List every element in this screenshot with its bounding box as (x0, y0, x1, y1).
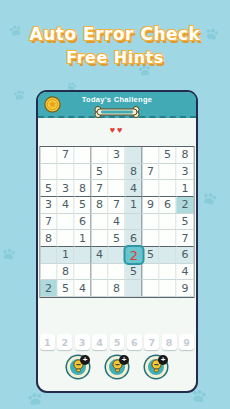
sudoku-cell-r4c6[interactable]: 1 (126, 197, 143, 214)
sudoku-cell-r1c4[interactable] (92, 147, 109, 164)
sudoku-cell-r6c4[interactable] (92, 230, 109, 247)
sudoku-cell-r3c9[interactable]: 1 (177, 180, 194, 197)
numpad-key-8[interactable]: 8 (162, 334, 177, 350)
hint-button-3[interactable]: + (145, 356, 167, 378)
sudoku-cell-r3c8[interactable] (160, 180, 177, 197)
sudoku-cell-r8c7[interactable] (143, 264, 160, 281)
sudoku-cell-r1c7[interactable] (143, 147, 160, 164)
sudoku-cell-r4c8[interactable]: 6 (160, 197, 177, 214)
sudoku-cell-r2c6[interactable]: 8 (126, 164, 143, 181)
sudoku-promo-screen: { "game": "sudoku", "position": ".7..3..… (0, 0, 230, 409)
sudoku-cell-r2c8[interactable] (160, 164, 177, 181)
sudoku-cell-r3c4[interactable]: 7 (92, 180, 109, 197)
sudoku-cell-r4c2[interactable]: 4 (58, 197, 75, 214)
number-pad: 123456789 (40, 334, 194, 350)
plus-badge: + (119, 355, 129, 365)
sudoku-cell-r1c5[interactable]: 3 (109, 147, 126, 164)
numpad-key-3[interactable]: 3 (75, 334, 90, 350)
plus-badge: + (80, 355, 90, 365)
card-header: Today's Challenge (38, 92, 196, 118)
promo-title-line1: Auto Error Check (0, 22, 230, 46)
sudoku-cell-r8c9[interactable]: 4 (177, 264, 194, 281)
paw-print-icon (25, 390, 45, 409)
sudoku-cell-r7c7[interactable]: 5 (143, 247, 160, 264)
numpad-key-4[interactable]: 4 (92, 334, 107, 350)
challenge-title: Today's Challenge (38, 95, 196, 104)
sudoku-cell-r4c9[interactable]: 2 (177, 197, 194, 214)
numpad-key-6[interactable]: 6 (127, 334, 142, 350)
challenge-card: Today's Challenge ♥♥ 7358587353874134587… (36, 90, 198, 393)
sudoku-cell-r5c2[interactable] (58, 214, 75, 231)
sudoku-cell-r5c1[interactable]: 7 (41, 214, 58, 231)
sudoku-cell-r9c1[interactable]: 2 (41, 280, 58, 297)
sudoku-cell-r1c2[interactable]: 7 (58, 147, 75, 164)
sudoku-cell-r9c2[interactable]: 5 (58, 280, 75, 297)
sudoku-cell-r3c3[interactable]: 8 (75, 180, 92, 197)
sudoku-board: 7358587353874134587196276458156714568542… (40, 146, 195, 298)
sudoku-cell-r9c9[interactable]: 9 (177, 280, 194, 297)
sudoku-cell-r9c6[interactable] (126, 280, 143, 297)
paw-print-icon (199, 189, 219, 212)
sudoku-cell-r6c5[interactable]: 5 (109, 230, 126, 247)
sudoku-cell-r7c3[interactable] (75, 247, 92, 264)
sudoku-cell-r2c4[interactable]: 5 (92, 164, 109, 181)
sudoku-cell-r7c2[interactable]: 1 (58, 247, 75, 264)
sudoku-cell-r9c5[interactable]: 8 (109, 280, 126, 297)
selected-cell-overlay[interactable]: 2 (124, 245, 145, 265)
promo-title-line2: Free Hints (0, 46, 230, 70)
sudoku-cell-r6c2[interactable] (58, 230, 75, 247)
sudoku-cell-r2c5[interactable] (109, 164, 126, 181)
hint-button-row: + + + (38, 356, 196, 378)
sudoku-cell-r9c3[interactable]: 4 (75, 280, 92, 297)
numpad-key-9[interactable]: 9 (179, 334, 194, 350)
sudoku-cell-r5c4[interactable] (92, 214, 109, 231)
sudoku-cell-r4c1[interactable]: 3 (41, 197, 58, 214)
paw-print-icon (12, 87, 27, 107)
lives-hearts: ♥♥ (38, 125, 196, 135)
sudoku-cell-r3c6[interactable]: 4 (126, 180, 143, 197)
sudoku-cell-r6c8[interactable] (160, 230, 177, 247)
sudoku-cell-r1c8[interactable]: 5 (160, 147, 177, 164)
sudoku-cell-r7c4[interactable]: 4 (92, 247, 109, 264)
sudoku-cell-r5c3[interactable]: 6 (75, 214, 92, 231)
sudoku-cell-r2c2[interactable] (58, 164, 75, 181)
hint-button-1[interactable]: + (67, 356, 89, 378)
sudoku-cell-r6c3[interactable]: 1 (75, 230, 92, 247)
sudoku-cell-r6c1[interactable]: 8 (41, 230, 58, 247)
sudoku-cell-r5c6[interactable] (126, 214, 143, 231)
sudoku-cell-r7c8[interactable] (160, 247, 177, 264)
sudoku-cell-r8c3[interactable] (75, 264, 92, 281)
plus-badge: + (158, 355, 168, 365)
sudoku-cell-r3c2[interactable]: 3 (58, 180, 75, 197)
sudoku-cell-r7c9[interactable]: 6 (177, 247, 194, 264)
sudoku-cell-r2c3[interactable] (75, 164, 92, 181)
sudoku-cell-r6c7[interactable] (143, 230, 160, 247)
sudoku-cell-r1c3[interactable] (75, 147, 92, 164)
sudoku-cell-r5c5[interactable]: 4 (109, 214, 126, 231)
sudoku-cell-r3c1[interactable]: 5 (41, 180, 58, 197)
sudoku-cell-r4c3[interactable]: 5 (75, 197, 92, 214)
sudoku-cell-r9c4[interactable] (92, 280, 109, 297)
numpad-key-2[interactable]: 2 (57, 334, 72, 350)
sudoku-cell-r2c1[interactable] (41, 164, 58, 181)
sudoku-cell-r8c4[interactable] (92, 264, 109, 281)
sudoku-cell-r9c8[interactable] (160, 280, 177, 297)
sudoku-cell-r4c7[interactable]: 9 (143, 197, 160, 214)
sudoku-cell-r8c1[interactable] (41, 264, 58, 281)
sudoku-cell-r4c4[interactable]: 8 (92, 197, 109, 214)
sudoku-cell-r5c8[interactable] (160, 214, 177, 231)
hint-button-2[interactable]: + (106, 356, 128, 378)
sudoku-cell-r1c9[interactable]: 8 (177, 147, 194, 164)
numpad-key-5[interactable]: 5 (110, 334, 125, 350)
sudoku-cell-r9c7[interactable] (143, 280, 160, 297)
paw-print-icon (0, 246, 17, 267)
sudoku-cell-r4c5[interactable]: 7 (109, 197, 126, 214)
sudoku-cell-r6c9[interactable]: 7 (177, 230, 194, 247)
numpad-key-1[interactable]: 1 (40, 334, 55, 350)
sudoku-cell-r8c6[interactable]: 5 (126, 264, 143, 281)
sudoku-cell-r8c2[interactable]: 8 (58, 264, 75, 281)
sudoku-cell-r8c8[interactable] (160, 264, 177, 281)
sudoku-cell-r2c7[interactable]: 7 (143, 164, 160, 181)
sudoku-cell-r5c9[interactable]: 5 (177, 214, 194, 231)
numpad-key-7[interactable]: 7 (144, 334, 159, 350)
promo-title: Auto Error Check Free Hints (0, 22, 230, 70)
sudoku-cell-r2c9[interactable]: 3 (177, 164, 194, 181)
bone-progress-icon (93, 104, 141, 122)
sudoku-cell-r7c1[interactable] (41, 247, 58, 264)
sudoku-cell-r1c6[interactable] (126, 147, 143, 164)
sudoku-cell-r1c1[interactable] (41, 147, 58, 164)
sudoku-cell-r8c5[interactable] (109, 264, 126, 281)
sudoku-cell-r3c7[interactable] (143, 180, 160, 197)
sudoku-cell-r3c5[interactable] (109, 180, 126, 197)
sudoku-cell-r5c7[interactable] (143, 214, 160, 231)
